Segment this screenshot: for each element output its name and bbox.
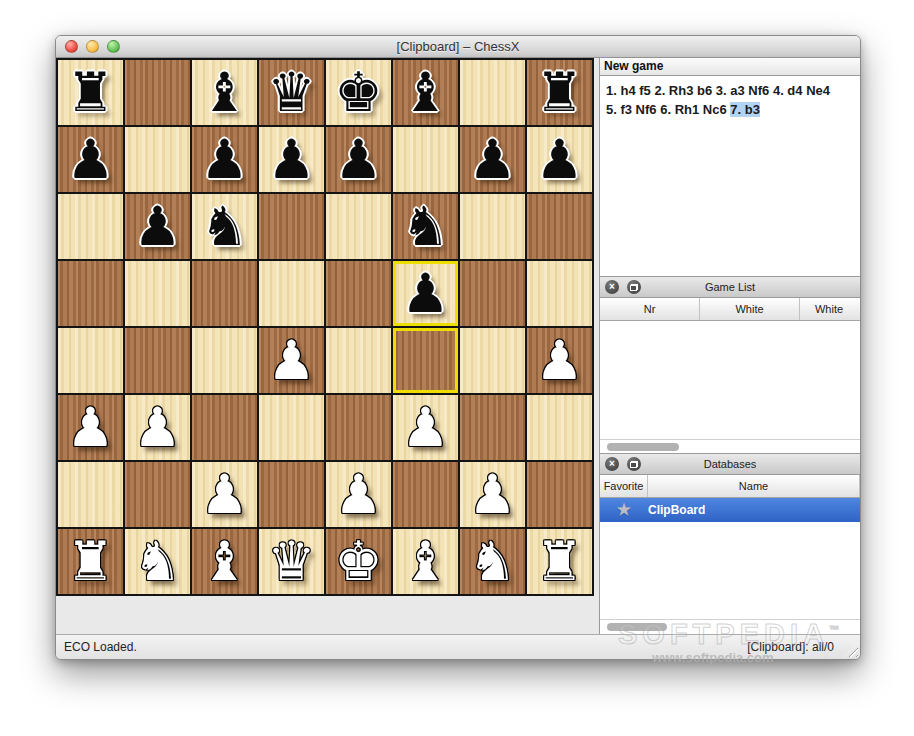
game-list-title: Game List [705, 281, 755, 293]
square-d2[interactable] [259, 462, 324, 527]
databases-body[interactable] [600, 522, 860, 619]
square-d1[interactable]: ♛ [259, 529, 324, 594]
square-b5[interactable] [125, 261, 190, 326]
square-c7[interactable]: ♟ [192, 127, 257, 192]
square-h8[interactable]: ♜ [527, 60, 592, 125]
black-pawn-h7[interactable]: ♟ [535, 129, 583, 191]
square-a3[interactable]: ♟ [58, 395, 123, 460]
black-king-e8[interactable]: ♚ [334, 62, 382, 124]
float-icon [630, 284, 638, 291]
move-list-line2-prefix[interactable]: 5. f3 Nf6 6. Rh1 Nc6 [606, 102, 730, 117]
square-f4[interactable] [393, 328, 458, 393]
square-e2[interactable]: ♟ [326, 462, 391, 527]
white-knight-b1[interactable]: ♞ [133, 531, 181, 593]
square-f2[interactable] [393, 462, 458, 527]
black-knight-c6[interactable]: ♞ [200, 196, 248, 258]
square-b7[interactable] [125, 127, 190, 192]
square-f1[interactable]: ♝ [393, 529, 458, 594]
moves-panel-header: New game [600, 58, 860, 76]
game-list-body[interactable] [600, 321, 860, 439]
square-a7[interactable]: ♟ [58, 127, 123, 192]
move-list[interactable]: 1. h4 f5 2. Rh3 b6 3. a3 Nf6 4. d4 Ne4 5… [600, 76, 860, 277]
square-e1[interactable]: ♚ [326, 529, 391, 594]
black-rook-a8[interactable]: ♜ [66, 62, 114, 124]
game-list-column-white-elo[interactable]: White [800, 298, 858, 320]
square-c4[interactable] [192, 328, 257, 393]
window-title: [Clipboard] – ChessX [397, 39, 520, 54]
square-a8[interactable]: ♜ [58, 60, 123, 125]
databases-hscrollbar[interactable] [600, 619, 860, 634]
database-row-clipboard[interactable]: ★ ClipBoard [600, 498, 860, 522]
database-status: [Clipboard]: all/0 [747, 640, 834, 654]
square-g3[interactable] [460, 395, 525, 460]
square-b2[interactable] [125, 462, 190, 527]
white-pawn-f3[interactable]: ♟ [401, 397, 449, 459]
game-list-hscrollbar-thumb[interactable] [607, 443, 679, 451]
main-area: ♜♝♛♚♝♜♟♟♟♟♟♟♟♞♞♟♟♟♟♟♟♟♟♟♜♞♝♛♚♝♞♜ New gam… [56, 58, 860, 634]
black-knight-f6[interactable]: ♞ [401, 196, 449, 258]
white-rook-a1[interactable]: ♜ [66, 531, 114, 593]
game-list-column-white[interactable]: White [700, 298, 800, 320]
square-e6[interactable] [326, 194, 391, 259]
game-list-hscrollbar[interactable] [600, 439, 860, 454]
zoom-window-button[interactable] [107, 40, 120, 53]
black-bishop-f8[interactable]: ♝ [401, 62, 449, 124]
square-e5[interactable] [326, 261, 391, 326]
game-list-float-button[interactable] [627, 280, 641, 294]
game-list-column-nr[interactable]: Nr [600, 298, 700, 320]
minimize-window-button[interactable] [86, 40, 99, 53]
square-f6[interactable]: ♞ [393, 194, 458, 259]
square-h2[interactable] [527, 462, 592, 527]
square-f7[interactable] [393, 127, 458, 192]
square-g7[interactable]: ♟ [460, 127, 525, 192]
white-rook-h1[interactable]: ♜ [535, 531, 583, 593]
square-b8[interactable] [125, 60, 190, 125]
square-d5[interactable] [259, 261, 324, 326]
square-f8[interactable]: ♝ [393, 60, 458, 125]
star-icon[interactable]: ★ [600, 502, 648, 518]
square-h4[interactable]: ♟ [527, 328, 592, 393]
square-g1[interactable]: ♞ [460, 529, 525, 594]
white-queen-d1[interactable]: ♛ [267, 531, 315, 593]
close-icon: × [609, 459, 615, 469]
square-a1[interactable]: ♜ [58, 529, 123, 594]
white-pawn-b3[interactable]: ♟ [133, 397, 181, 459]
square-h7[interactable]: ♟ [527, 127, 592, 192]
chess-board: ♜♝♛♚♝♜♟♟♟♟♟♟♟♞♞♟♟♟♟♟♟♟♟♟♜♞♝♛♚♝♞♜ [56, 58, 594, 596]
black-rook-h8[interactable]: ♜ [535, 62, 583, 124]
square-f3[interactable]: ♟ [393, 395, 458, 460]
white-king-e1[interactable]: ♚ [334, 531, 382, 593]
black-pawn-b6[interactable]: ♟ [133, 196, 181, 258]
square-h6[interactable] [527, 194, 592, 259]
square-g4[interactable] [460, 328, 525, 393]
databases-header-row: Favorite Name [600, 475, 860, 498]
square-c2[interactable]: ♟ [192, 462, 257, 527]
square-d4[interactable]: ♟ [259, 328, 324, 393]
black-pawn-a7[interactable]: ♟ [66, 129, 114, 191]
white-bishop-f1[interactable]: ♝ [401, 531, 449, 593]
white-pawn-e2[interactable]: ♟ [334, 464, 382, 526]
databases-float-button[interactable] [627, 457, 641, 471]
black-pawn-f5[interactable]: ♟ [401, 263, 449, 325]
resize-grip[interactable] [844, 643, 858, 657]
square-c1[interactable]: ♝ [192, 529, 257, 594]
board-pane: ♜♝♛♚♝♜♟♟♟♟♟♟♟♞♞♟♟♟♟♟♟♟♟♟♜♞♝♛♚♝♞♜ [56, 58, 600, 634]
square-g2[interactable]: ♟ [460, 462, 525, 527]
databases-column-name[interactable]: Name [648, 475, 860, 497]
square-h3[interactable] [527, 395, 592, 460]
close-window-button[interactable] [65, 40, 78, 53]
game-list-titlebar[interactable]: × Game List [600, 277, 860, 298]
black-pawn-c7[interactable]: ♟ [200, 129, 248, 191]
square-a6[interactable] [58, 194, 123, 259]
white-pawn-g2[interactable]: ♟ [468, 464, 516, 526]
square-f5[interactable]: ♟ [393, 261, 458, 326]
float-icon [630, 461, 638, 468]
square-g6[interactable] [460, 194, 525, 259]
databases-titlebar[interactable]: × Databases [600, 454, 860, 475]
square-g5[interactable] [460, 261, 525, 326]
current-move[interactable]: 7. b3 [730, 102, 760, 117]
status-bar: ECO Loaded. [Clipboard]: all/0 [56, 634, 860, 659]
square-h1[interactable]: ♜ [527, 529, 592, 594]
black-queen-d8[interactable]: ♛ [267, 62, 315, 124]
square-c6[interactable]: ♞ [192, 194, 257, 259]
square-d6[interactable] [259, 194, 324, 259]
white-bishop-c1[interactable]: ♝ [200, 531, 248, 593]
square-a2[interactable] [58, 462, 123, 527]
white-pawn-a3[interactable]: ♟ [66, 397, 114, 459]
white-pawn-d4[interactable]: ♟ [267, 330, 315, 392]
square-g8[interactable] [460, 60, 525, 125]
status-message: ECO Loaded. [64, 640, 137, 654]
square-d3[interactable] [259, 395, 324, 460]
databases-close-button[interactable]: × [605, 457, 619, 471]
black-pawn-e7[interactable]: ♟ [334, 129, 382, 191]
right-panel: New game 1. h4 f5 2. Rh3 b6 3. a3 Nf6 4.… [600, 58, 860, 634]
square-b3[interactable]: ♟ [125, 395, 190, 460]
square-e3[interactable] [326, 395, 391, 460]
white-pawn-h4[interactable]: ♟ [535, 330, 583, 392]
square-d7[interactable]: ♟ [259, 127, 324, 192]
black-bishop-c8[interactable]: ♝ [200, 62, 248, 124]
square-c3[interactable] [192, 395, 257, 460]
square-b1[interactable]: ♞ [125, 529, 190, 594]
square-e7[interactable]: ♟ [326, 127, 391, 192]
square-c5[interactable] [192, 261, 257, 326]
game-list-close-button[interactable]: × [605, 280, 619, 294]
move-list-line2[interactable]: 5. f3 Nf6 6. Rh1 Nc6 7. b3 [606, 101, 854, 120]
databases-hscrollbar-thumb[interactable] [607, 623, 667, 631]
move-list-line1[interactable]: 1. h4 f5 2. Rh3 b6 3. a3 Nf6 4. d4 Ne4 [606, 82, 854, 101]
databases-column-favorite[interactable]: Favorite [600, 475, 648, 497]
square-b4[interactable] [125, 328, 190, 393]
white-knight-g1[interactable]: ♞ [468, 531, 516, 593]
black-pawn-g7[interactable]: ♟ [468, 129, 516, 191]
game-list-header-row: Nr White White [600, 298, 860, 321]
square-c8[interactable]: ♝ [192, 60, 257, 125]
white-pawn-c2[interactable]: ♟ [200, 464, 248, 526]
square-a5[interactable] [58, 261, 123, 326]
chessx-window: [Clipboard] – ChessX ♜♝♛♚♝♜♟♟♟♟♟♟♟♞♞♟♟♟♟… [55, 35, 861, 660]
square-d8[interactable]: ♛ [259, 60, 324, 125]
square-e8[interactable]: ♚ [326, 60, 391, 125]
square-e4[interactable] [326, 328, 391, 393]
square-h5[interactable] [527, 261, 592, 326]
database-name[interactable]: ClipBoard [648, 503, 705, 517]
square-a4[interactable] [58, 328, 123, 393]
window-titlebar[interactable]: [Clipboard] – ChessX [56, 36, 860, 58]
black-pawn-d7[interactable]: ♟ [267, 129, 315, 191]
databases-title: Databases [704, 458, 757, 470]
close-icon: × [609, 282, 615, 292]
square-b6[interactable]: ♟ [125, 194, 190, 259]
